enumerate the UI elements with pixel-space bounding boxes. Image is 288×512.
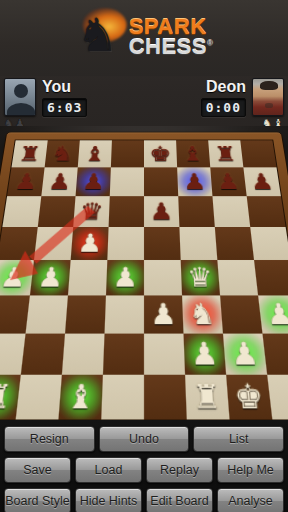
piece-black-pawn-f7[interactable]: ♟ (183, 171, 207, 193)
square-b5[interactable] (34, 227, 73, 260)
square-e2[interactable] (144, 334, 185, 375)
square-d4[interactable]: ♟ (106, 260, 144, 295)
resign-button[interactable]: Resign (4, 426, 95, 452)
player-you: You 6:03 (4, 78, 93, 117)
square-b6[interactable] (38, 196, 76, 227)
help-me-button[interactable]: Help Me (217, 457, 284, 483)
analyse-button[interactable]: Analyse (217, 488, 284, 512)
square-f1[interactable]: ♜ (185, 375, 229, 420)
square-c6[interactable]: ♛ (73, 196, 110, 227)
piece-white-knight-f3[interactable]: ♞ (188, 300, 216, 329)
piece-black-pawn-h7[interactable]: ♟ (249, 171, 275, 193)
hide-hints-button[interactable]: Hide Hints (75, 488, 142, 512)
square-e5[interactable] (144, 227, 181, 260)
square-a6[interactable] (2, 196, 41, 227)
logo-knight: ♞ (75, 8, 127, 66)
square-f4[interactable]: ♛ (181, 260, 220, 295)
piece-black-pawn-g7[interactable]: ♟ (216, 171, 241, 193)
piece-white-rook-a1[interactable]: ♜ (0, 380, 14, 414)
square-f7[interactable]: ♟ (177, 167, 212, 196)
square-d3[interactable] (105, 295, 144, 333)
button-row-3: Board Style Hide Hints Edit Board Analys… (4, 488, 284, 512)
piece-black-rook-a8[interactable]: ♜ (17, 144, 42, 164)
piece-white-rook-f1[interactable]: ♜ (192, 380, 222, 414)
square-f8[interactable]: ♝ (176, 140, 210, 167)
square-f2[interactable]: ♟ (183, 334, 226, 375)
deon-name: Deon (206, 78, 246, 96)
square-a8[interactable]: ♜ (11, 140, 47, 167)
square-g6[interactable] (212, 196, 250, 227)
piece-white-pawn-a4[interactable]: ♟ (0, 264, 28, 291)
square-e6[interactable]: ♟ (144, 196, 179, 227)
piece-white-king-g1[interactable]: ♚ (233, 380, 265, 414)
square-a7[interactable]: ♟ (7, 167, 45, 196)
piece-white-queen-f4[interactable]: ♛ (187, 264, 214, 291)
square-c3[interactable] (65, 295, 106, 333)
board-style-button[interactable]: Board Style (4, 488, 71, 512)
square-b8[interactable]: ♞ (45, 140, 80, 167)
square-e3[interactable]: ♟ (144, 295, 183, 333)
square-b1[interactable] (16, 375, 62, 420)
square-d1[interactable] (101, 375, 144, 420)
piece-black-queen-c6[interactable]: ♛ (79, 200, 104, 223)
edit-board-button[interactable]: Edit Board (146, 488, 213, 512)
header-bar: ♞ SPARK CHESS® (0, 0, 288, 76)
piece-black-pawn-c7[interactable]: ♟ (81, 171, 105, 193)
square-h2[interactable] (262, 334, 288, 375)
player-bar: You 6:03 ♞♟ Deon 0:00 ♞♝ (0, 78, 288, 126)
square-d6[interactable] (109, 196, 144, 227)
square-g4[interactable] (217, 260, 258, 295)
piece-white-pawn-f2[interactable]: ♟ (190, 338, 219, 369)
control-panel: Resign Undo List Save Load Replay Help M… (0, 420, 288, 512)
square-c2[interactable] (62, 334, 105, 375)
load-button[interactable]: Load (75, 457, 142, 483)
square-a4[interactable]: ♟ (0, 260, 34, 295)
piece-white-bishop-c1[interactable]: ♝ (66, 380, 96, 414)
square-f5[interactable] (179, 227, 217, 260)
piece-black-knight-b8[interactable]: ♞ (50, 144, 74, 164)
square-e1[interactable] (144, 375, 187, 420)
you-name: You (42, 78, 87, 96)
piece-black-king-e8[interactable]: ♚ (149, 144, 172, 164)
button-row-1: Resign Undo List (4, 426, 284, 452)
piece-white-pawn-g2[interactable]: ♟ (230, 338, 260, 369)
replay-button[interactable]: Replay (146, 457, 213, 483)
square-h4[interactable] (254, 260, 288, 295)
piece-white-pawn-c5[interactable]: ♟ (77, 231, 103, 256)
board-3d-wrap: ♜♞♝♚♝♜♟♟♟♟♟♟♛♟♟♟♟♟♛♟♞♟♟♟♜♝♜♚ (0, 132, 288, 435)
square-h3[interactable]: ♟ (258, 295, 288, 333)
piece-black-pawn-e6[interactable]: ♟ (150, 200, 174, 223)
you-avatar[interactable] (4, 78, 36, 116)
player-deon: Deon 0:00 (195, 78, 284, 117)
square-g5[interactable] (215, 227, 254, 260)
piece-white-pawn-h3[interactable]: ♟ (265, 300, 288, 329)
board-grid: ♜♞♝♚♝♜♟♟♟♟♟♟♛♟♟♟♟♟♛♟♞♟♟♟♜♝♜♚ (0, 140, 288, 421)
piece-white-pawn-b4[interactable]: ♟ (36, 264, 64, 291)
square-c5[interactable]: ♟ (71, 227, 109, 260)
board-frame: ♜♞♝♚♝♜♟♟♟♟♟♟♛♟♟♟♟♟♛♟♞♟♟♟♜♝♜♚ (0, 132, 288, 435)
deon-avatar[interactable] (252, 78, 284, 116)
board-zone: ♜♞♝♚♝♜♟♟♟♟♟♟♛♟♟♟♟♟♛♟♞♟♟♟♜♝♜♚ (0, 126, 288, 416)
piece-white-pawn-d4[interactable]: ♟ (112, 264, 138, 291)
piece-black-pawn-a7[interactable]: ♟ (13, 171, 39, 193)
square-g8[interactable]: ♜ (208, 140, 243, 167)
square-g3[interactable] (220, 295, 262, 333)
you-info: You 6:03 (42, 78, 87, 117)
list-button[interactable]: List (193, 426, 284, 452)
square-g2[interactable]: ♟ (223, 334, 267, 375)
square-f3[interactable]: ♞ (182, 295, 223, 333)
registered-mark: ® (207, 39, 213, 48)
undo-button[interactable]: Undo (99, 426, 190, 452)
square-c7[interactable]: ♟ (76, 167, 111, 196)
square-g1[interactable]: ♚ (226, 375, 272, 420)
square-d5[interactable] (107, 227, 144, 260)
square-c8[interactable]: ♝ (78, 140, 112, 167)
square-a5[interactable] (0, 227, 38, 260)
you-clock: 6:03 (42, 98, 87, 117)
square-e8[interactable]: ♚ (144, 140, 177, 167)
piece-black-bishop-f8[interactable]: ♝ (181, 144, 204, 164)
square-h7[interactable]: ♟ (243, 167, 281, 196)
square-c4[interactable] (68, 260, 107, 295)
square-g7[interactable]: ♟ (210, 167, 246, 196)
square-e7[interactable] (144, 167, 178, 196)
square-h8[interactable] (240, 140, 276, 167)
app-screen: ♞ SPARK CHESS® You 6:03 ♞♟ Deon 0:00 (0, 0, 288, 512)
square-b3[interactable] (26, 295, 68, 333)
knight-icon: ♞ (77, 12, 118, 58)
piece-white-pawn-e3[interactable]: ♟ (150, 300, 177, 329)
square-d2[interactable] (103, 334, 144, 375)
deon-info: Deon 0:00 (201, 78, 246, 117)
square-b4[interactable]: ♟ (30, 260, 71, 295)
button-row-2: Save Load Replay Help Me (4, 457, 284, 483)
square-c1[interactable]: ♝ (58, 375, 102, 420)
piece-black-pawn-b7[interactable]: ♟ (47, 171, 72, 193)
square-h5[interactable] (250, 227, 288, 260)
square-d7[interactable] (110, 167, 144, 196)
sparkchess-logo: ♞ SPARK CHESS® (75, 8, 214, 66)
piece-black-rook-g8[interactable]: ♜ (214, 144, 238, 164)
square-e4[interactable] (144, 260, 182, 295)
deon-clock: 0:00 (201, 98, 246, 117)
square-b2[interactable] (21, 334, 65, 375)
square-d8[interactable] (111, 140, 144, 167)
logo-text: SPARK CHESS® (129, 17, 214, 57)
square-h6[interactable] (247, 196, 286, 227)
square-b7[interactable]: ♟ (41, 167, 77, 196)
save-button[interactable]: Save (4, 457, 71, 483)
logo-chess-word: CHESS® (129, 37, 214, 57)
piece-black-bishop-c8[interactable]: ♝ (83, 144, 106, 164)
square-f6[interactable] (178, 196, 215, 227)
